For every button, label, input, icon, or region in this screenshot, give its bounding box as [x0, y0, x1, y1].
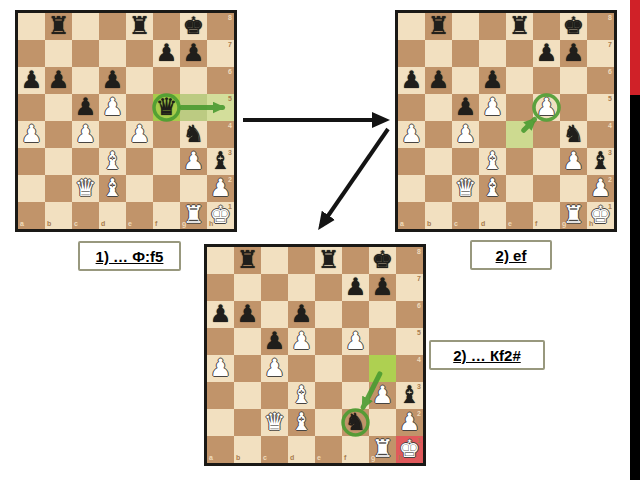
- square-e6: [315, 301, 342, 328]
- square-f3: [153, 148, 180, 175]
- square-h1: [207, 202, 234, 229]
- square-f1: [153, 202, 180, 229]
- square-a1: [18, 202, 45, 229]
- square-c8: [261, 247, 288, 274]
- move-label-3-text: 2) … Кf2#: [453, 348, 521, 363]
- square-h2: [587, 175, 614, 202]
- square-h4: [587, 121, 614, 148]
- square-c4: [261, 355, 288, 382]
- square-d4: [99, 121, 126, 148]
- square-f7: [533, 40, 560, 67]
- square-f5: [342, 328, 369, 355]
- square-a2: [398, 175, 425, 202]
- square-b4: [45, 121, 72, 148]
- square-g1: [180, 202, 207, 229]
- square-a8: [398, 13, 425, 40]
- square-f2: [342, 409, 369, 436]
- board-1-squares: 87654321abcdefgh♜♜♚♟♟♟♟♟♟♟♛♟♟♟♞♝♟♝♛♝♟♜♚: [18, 13, 234, 229]
- square-f7: [342, 274, 369, 301]
- square-g5: [560, 94, 587, 121]
- square-b8: [234, 247, 261, 274]
- square-a4: [18, 121, 45, 148]
- square-e5: [506, 94, 533, 121]
- square-f8: [533, 13, 560, 40]
- square-g4: [180, 121, 207, 148]
- square-b7: [45, 40, 72, 67]
- square-c5: [72, 94, 99, 121]
- board-2: 87654321abcdefgh♜♜♚♟♟♟♟♟♟♟♟♟♟♞♝♟♝♛♝♟♜♚: [395, 10, 617, 232]
- square-d3: [99, 148, 126, 175]
- square-a3: [398, 148, 425, 175]
- square-b8: [425, 13, 452, 40]
- square-e1: [126, 202, 153, 229]
- square-h3: [396, 382, 423, 409]
- square-a4: [207, 355, 234, 382]
- square-g2: [560, 175, 587, 202]
- square-e3: [126, 148, 153, 175]
- square-d2: [99, 175, 126, 202]
- square-f6: [153, 67, 180, 94]
- square-h3: [587, 148, 614, 175]
- square-d8: [99, 13, 126, 40]
- square-a3: [18, 148, 45, 175]
- square-c8: [72, 13, 99, 40]
- square-h8: [587, 13, 614, 40]
- square-e6: [126, 67, 153, 94]
- square-a2: [18, 175, 45, 202]
- square-h5: [396, 328, 423, 355]
- square-g4: [560, 121, 587, 148]
- square-c7: [72, 40, 99, 67]
- board-1: 87654321abcdefgh♜♜♚♟♟♟♟♟♟♟♛♟♟♟♞♝♟♝♛♝♟♜♚: [15, 10, 237, 232]
- square-f8: [153, 13, 180, 40]
- square-e4: [315, 355, 342, 382]
- square-a7: [207, 274, 234, 301]
- square-h4: [396, 355, 423, 382]
- square-g2: [369, 409, 396, 436]
- square-g1: [560, 202, 587, 229]
- square-b8: [45, 13, 72, 40]
- move-label-1: 1) … Ф:f5: [78, 241, 181, 271]
- square-g8: [369, 247, 396, 274]
- square-d3: [288, 382, 315, 409]
- square-e5: [315, 328, 342, 355]
- square-d2: [479, 175, 506, 202]
- square-g6: [180, 67, 207, 94]
- square-d7: [479, 40, 506, 67]
- square-b2: [45, 175, 72, 202]
- square-a5: [398, 94, 425, 121]
- square-d6: [99, 67, 126, 94]
- square-c6: [72, 67, 99, 94]
- square-f1: [533, 202, 560, 229]
- square-h2: [396, 409, 423, 436]
- square-b1: [425, 202, 452, 229]
- square-g3: [560, 148, 587, 175]
- square-b3: [234, 382, 261, 409]
- square-c2: [261, 409, 288, 436]
- square-a8: [207, 247, 234, 274]
- square-b1: [45, 202, 72, 229]
- move-label-1-text: 1) … Ф:f5: [96, 249, 164, 264]
- square-d7: [99, 40, 126, 67]
- square-d5: [479, 94, 506, 121]
- square-g1: [369, 436, 396, 463]
- square-c7: [452, 40, 479, 67]
- slide: 87654321abcdefgh♜♜♚♟♟♟♟♟♟♟♛♟♟♟♞♝♟♝♛♝♟♜♚ …: [0, 0, 640, 480]
- square-g5: [180, 94, 207, 121]
- square-c6: [452, 67, 479, 94]
- square-a4: [398, 121, 425, 148]
- square-a3: [207, 382, 234, 409]
- square-b2: [425, 175, 452, 202]
- square-d4: [288, 355, 315, 382]
- square-g6: [560, 67, 587, 94]
- square-c2: [452, 175, 479, 202]
- square-a6: [398, 67, 425, 94]
- square-c3: [72, 148, 99, 175]
- square-f7: [153, 40, 180, 67]
- square-e6: [506, 67, 533, 94]
- square-f2: [533, 175, 560, 202]
- move-label-3: 2) … Кf2#: [429, 340, 545, 370]
- square-e2: [126, 175, 153, 202]
- square-c3: [452, 148, 479, 175]
- square-e5: [126, 94, 153, 121]
- square-h6: [587, 67, 614, 94]
- square-b4: [425, 121, 452, 148]
- square-g5: [369, 328, 396, 355]
- square-b6: [234, 301, 261, 328]
- square-c3: [261, 382, 288, 409]
- square-f5: [153, 94, 180, 121]
- square-f4: [533, 121, 560, 148]
- square-d4: [479, 121, 506, 148]
- square-b5: [234, 328, 261, 355]
- arrow-down-left-icon: [321, 129, 388, 226]
- square-e7: [315, 274, 342, 301]
- square-b1: [234, 436, 261, 463]
- move-label-2-text: 2) ef: [496, 248, 527, 263]
- square-f3: [533, 148, 560, 175]
- square-a6: [207, 301, 234, 328]
- square-h5: [207, 94, 234, 121]
- square-b3: [45, 148, 72, 175]
- square-e1: [506, 202, 533, 229]
- square-e4: [126, 121, 153, 148]
- square-d1: [479, 202, 506, 229]
- square-b4: [234, 355, 261, 382]
- square-a5: [18, 94, 45, 121]
- square-h7: [587, 40, 614, 67]
- board-3: 87654321abcdefgh♜♜♚♟♟♟♟♟♟♟♟♟♟♝♟♝♛♝♞♟♜♚: [204, 244, 426, 466]
- square-b7: [425, 40, 452, 67]
- square-f5: [533, 94, 560, 121]
- square-a1: [398, 202, 425, 229]
- square-b6: [45, 67, 72, 94]
- square-h8: [396, 247, 423, 274]
- square-a7: [18, 40, 45, 67]
- square-c1: [72, 202, 99, 229]
- square-g3: [180, 148, 207, 175]
- square-g6: [369, 301, 396, 328]
- square-e8: [126, 13, 153, 40]
- square-f2: [153, 175, 180, 202]
- square-g4: [369, 355, 396, 382]
- square-a6: [18, 67, 45, 94]
- square-d1: [288, 436, 315, 463]
- square-f6: [342, 301, 369, 328]
- square-e3: [315, 382, 342, 409]
- square-c1: [452, 202, 479, 229]
- square-a7: [398, 40, 425, 67]
- square-e4: [506, 121, 533, 148]
- square-h6: [207, 67, 234, 94]
- square-h4: [207, 121, 234, 148]
- square-f8: [342, 247, 369, 274]
- square-e8: [506, 13, 533, 40]
- square-c2: [72, 175, 99, 202]
- square-f1: [342, 436, 369, 463]
- square-h1: [587, 202, 614, 229]
- square-b5: [45, 94, 72, 121]
- square-d2: [288, 409, 315, 436]
- square-d3: [479, 148, 506, 175]
- square-d1: [99, 202, 126, 229]
- square-g7: [180, 40, 207, 67]
- square-d8: [288, 247, 315, 274]
- square-c8: [452, 13, 479, 40]
- square-e7: [126, 40, 153, 67]
- square-g7: [560, 40, 587, 67]
- square-b6: [425, 67, 452, 94]
- black-stripe: [630, 95, 640, 480]
- square-d6: [479, 67, 506, 94]
- square-c7: [261, 274, 288, 301]
- square-b5: [425, 94, 452, 121]
- square-h1: [396, 436, 423, 463]
- square-g8: [180, 13, 207, 40]
- board-2-squares: 87654321abcdefgh♜♜♚♟♟♟♟♟♟♟♟♟♟♞♝♟♝♛♝♟♜♚: [398, 13, 614, 229]
- square-e1: [315, 436, 342, 463]
- square-a2: [207, 409, 234, 436]
- square-c5: [261, 328, 288, 355]
- square-d7: [288, 274, 315, 301]
- square-f3: [342, 382, 369, 409]
- square-e8: [315, 247, 342, 274]
- square-h6: [396, 301, 423, 328]
- square-b2: [234, 409, 261, 436]
- square-g8: [560, 13, 587, 40]
- square-c6: [261, 301, 288, 328]
- square-g7: [369, 274, 396, 301]
- square-e2: [315, 409, 342, 436]
- square-h3: [207, 148, 234, 175]
- square-g3: [369, 382, 396, 409]
- square-d6: [288, 301, 315, 328]
- square-e7: [506, 40, 533, 67]
- square-c4: [72, 121, 99, 148]
- square-a5: [207, 328, 234, 355]
- square-c5: [452, 94, 479, 121]
- red-stripe: [630, 0, 640, 95]
- square-b3: [425, 148, 452, 175]
- square-g2: [180, 175, 207, 202]
- square-h8: [207, 13, 234, 40]
- square-h2: [207, 175, 234, 202]
- square-b7: [234, 274, 261, 301]
- square-f4: [342, 355, 369, 382]
- square-d5: [99, 94, 126, 121]
- square-d5: [288, 328, 315, 355]
- square-f4: [153, 121, 180, 148]
- square-c4: [452, 121, 479, 148]
- square-a1: [207, 436, 234, 463]
- square-h7: [396, 274, 423, 301]
- square-e2: [506, 175, 533, 202]
- square-c1: [261, 436, 288, 463]
- square-e3: [506, 148, 533, 175]
- board-3-squares: 87654321abcdefgh♜♜♚♟♟♟♟♟♟♟♟♟♟♝♟♝♛♝♞♟♜♚: [207, 247, 423, 463]
- square-h7: [207, 40, 234, 67]
- square-f6: [533, 67, 560, 94]
- move-label-2: 2) ef: [470, 240, 552, 270]
- square-a8: [18, 13, 45, 40]
- square-h5: [587, 94, 614, 121]
- square-d8: [479, 13, 506, 40]
